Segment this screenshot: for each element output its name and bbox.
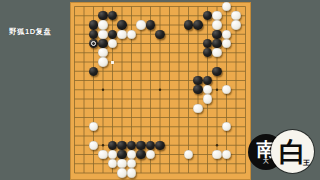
black-stone — [155, 30, 164, 39]
white-stone — [212, 20, 221, 29]
black-stone — [108, 30, 117, 39]
white-stone — [212, 150, 221, 159]
white-stone — [212, 11, 221, 20]
white-stone — [212, 48, 221, 57]
black-stone — [108, 141, 117, 150]
black-stone — [89, 67, 98, 76]
black-stone — [117, 150, 126, 159]
white-stone — [98, 30, 107, 39]
logo-right-character: 白 — [279, 134, 306, 170]
white-stone — [231, 20, 240, 29]
aux-point-marker — [111, 61, 114, 64]
black-stone — [193, 20, 202, 29]
logo-seal-character: 王 — [303, 158, 310, 168]
white-stone — [117, 159, 126, 168]
black-stone — [98, 39, 107, 48]
white-stone — [98, 57, 107, 66]
black-stone — [212, 39, 221, 48]
black-stone — [136, 150, 145, 159]
black-stone — [89, 20, 98, 29]
logo-white-circle: 白 王 — [271, 130, 314, 173]
white-stone — [89, 141, 98, 150]
white-stone — [136, 20, 145, 29]
channel-logo: 南 大 白 王 — [248, 130, 314, 176]
black-stone — [212, 30, 221, 39]
video-frame: 野狐1D复盘 南 大 白 王 — [0, 0, 320, 180]
white-stone — [127, 30, 136, 39]
caption-text: 野狐1D复盘 — [9, 27, 69, 37]
logo-left-subtext: 大 — [263, 158, 269, 164]
black-stone — [212, 67, 221, 76]
black-stone — [193, 76, 202, 85]
black-stone — [155, 141, 164, 150]
white-stone — [127, 168, 136, 177]
white-stone — [98, 150, 107, 159]
black-stone — [89, 30, 98, 39]
go-board — [70, 2, 251, 180]
white-stone — [203, 94, 212, 103]
white-stone — [117, 30, 126, 39]
black-stone — [127, 141, 136, 150]
black-stone — [193, 85, 202, 94]
black-stone — [184, 20, 193, 29]
black-stone — [98, 11, 107, 20]
white-stone — [193, 104, 202, 113]
white-stone — [222, 30, 231, 39]
white-stone — [98, 48, 107, 57]
white-stone — [98, 20, 107, 29]
black-stone — [117, 141, 126, 150]
black-stone — [136, 141, 145, 150]
white-stone — [231, 11, 240, 20]
black-stone — [146, 141, 155, 150]
black-stone — [146, 20, 155, 29]
black-stone — [117, 20, 126, 29]
white-stone — [117, 168, 126, 177]
